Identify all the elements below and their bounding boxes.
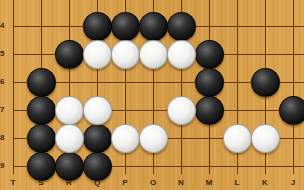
col-label-M: M xyxy=(203,179,215,187)
stone-white-O5[interactable] xyxy=(139,40,168,69)
stone-white-L8[interactable] xyxy=(223,124,252,153)
row-label-7: 7 xyxy=(0,106,8,114)
stone-white-N5[interactable] xyxy=(167,40,196,69)
row-label-5: 5 xyxy=(0,50,8,58)
stone-white-N7[interactable] xyxy=(167,96,196,125)
stone-black-R5[interactable] xyxy=(55,40,84,69)
stone-black-S6[interactable] xyxy=(27,68,56,97)
stone-black-S8[interactable] xyxy=(27,124,56,153)
stone-white-O8[interactable] xyxy=(139,124,168,153)
stone-black-K6[interactable] xyxy=(251,68,280,97)
stone-black-P4[interactable] xyxy=(111,12,140,41)
col-label-P: P xyxy=(119,179,131,187)
stone-black-N4[interactable] xyxy=(167,12,196,41)
stone-white-Q5[interactable] xyxy=(83,40,112,69)
stone-black-O4[interactable] xyxy=(139,12,168,41)
row-label-9: 9 xyxy=(0,162,8,170)
row-label-8: 8 xyxy=(0,134,8,142)
stone-black-S7[interactable] xyxy=(27,96,56,125)
row-label-4: 4 xyxy=(0,22,8,30)
stone-black-R9[interactable] xyxy=(55,152,84,181)
stone-white-R7[interactable] xyxy=(55,96,84,125)
col-label-L: L xyxy=(231,179,243,187)
col-label-T: T xyxy=(7,179,19,187)
stone-white-K8[interactable] xyxy=(251,124,280,153)
stone-black-Q4[interactable] xyxy=(83,12,112,41)
stone-black-M7[interactable] xyxy=(195,96,224,125)
go-board[interactable]: TSRQPONMLKJ456789 xyxy=(0,0,304,190)
stone-black-J7[interactable] xyxy=(279,96,304,125)
stone-black-Q9[interactable] xyxy=(83,152,112,181)
stone-black-M5[interactable] xyxy=(195,40,224,69)
stone-white-P8[interactable] xyxy=(111,124,140,153)
row-label-6: 6 xyxy=(0,78,8,86)
stone-white-Q7[interactable] xyxy=(83,96,112,125)
col-label-J: J xyxy=(287,179,299,187)
stone-black-Q8[interactable] xyxy=(83,124,112,153)
col-label-N: N xyxy=(175,179,187,187)
stone-black-M6[interactable] xyxy=(195,68,224,97)
col-label-O: O xyxy=(147,179,159,187)
col-label-K: K xyxy=(259,179,271,187)
stone-black-S9[interactable] xyxy=(27,152,56,181)
stone-white-R8[interactable] xyxy=(55,124,84,153)
stone-white-P5[interactable] xyxy=(111,40,140,69)
